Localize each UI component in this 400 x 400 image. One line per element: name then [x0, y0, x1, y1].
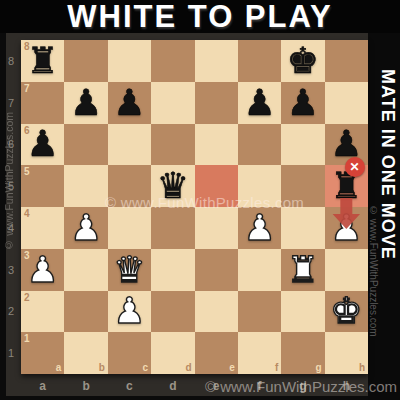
- frame-rank-label-7: 7: [4, 97, 18, 109]
- square-f5[interactable]: [238, 165, 281, 207]
- piece-black-pawn-a6[interactable]: ♟: [27, 126, 59, 162]
- square-b8[interactable]: [64, 40, 107, 82]
- piece-white-pawn-f4[interactable]: ♟: [243, 210, 275, 246]
- piece-white-pawn-h4[interactable]: ♟: [330, 210, 362, 246]
- side-banner: MATE IN ONE MOVE © www.FunWithPuzzles.co…: [368, 33, 400, 400]
- square-file-label-b: b: [99, 362, 105, 373]
- frame-rank-label-2: 2: [4, 305, 18, 317]
- frame-file-label-c: c: [119, 379, 139, 393]
- square-g6[interactable]: [281, 124, 324, 166]
- square-f8[interactable]: [238, 40, 281, 82]
- square-f1[interactable]: f: [238, 332, 281, 374]
- square-g4[interactable]: [281, 207, 324, 249]
- square-h7[interactable]: [325, 82, 368, 124]
- chess-board[interactable]: 8♜♚7♟♟♟♟6♟♟5♛♜4♟♟♟3♟♛♜2♟♚1abcdefgh✕: [21, 40, 368, 374]
- square-d5[interactable]: ♛: [151, 165, 194, 207]
- square-a3[interactable]: 3♟: [21, 249, 64, 291]
- square-a6[interactable]: 6♟: [21, 124, 64, 166]
- square-h4[interactable]: ♟: [325, 207, 368, 249]
- square-g1[interactable]: g: [281, 332, 324, 374]
- piece-white-pawn-a3[interactable]: ♟: [27, 252, 59, 288]
- square-d8[interactable]: [151, 40, 194, 82]
- square-a1[interactable]: 1a: [21, 332, 64, 374]
- square-h1[interactable]: h: [325, 332, 368, 374]
- square-c1[interactable]: c: [108, 332, 151, 374]
- square-a4[interactable]: 4: [21, 207, 64, 249]
- square-rank-label-7: 7: [24, 83, 30, 94]
- piece-black-pawn-f7[interactable]: ♟: [243, 85, 275, 121]
- square-e8[interactable]: [195, 40, 238, 82]
- piece-white-king-h2[interactable]: ♚: [330, 293, 362, 329]
- square-f3[interactable]: [238, 249, 281, 291]
- square-file-label-g: g: [316, 362, 322, 373]
- piece-black-pawn-b7[interactable]: ♟: [70, 85, 102, 121]
- square-e5[interactable]: [195, 165, 238, 207]
- piece-white-rook-g3[interactable]: ♜: [287, 252, 319, 288]
- square-g8[interactable]: ♚: [281, 40, 324, 82]
- square-h8[interactable]: [325, 40, 368, 82]
- frame-file-label-a: a: [33, 379, 53, 393]
- square-f6[interactable]: [238, 124, 281, 166]
- square-a5[interactable]: 5: [21, 165, 64, 207]
- square-h3[interactable]: [325, 249, 368, 291]
- square-c5[interactable]: [108, 165, 151, 207]
- square-file-label-d: d: [185, 362, 191, 373]
- square-b7[interactable]: ♟: [64, 82, 107, 124]
- square-file-label-e: e: [229, 362, 235, 373]
- square-b5[interactable]: [64, 165, 107, 207]
- square-rank-label-5: 5: [24, 166, 30, 177]
- square-b1[interactable]: b: [64, 332, 107, 374]
- square-b4[interactable]: ♟: [64, 207, 107, 249]
- frame-rank-label-5: 5: [4, 180, 18, 192]
- square-c8[interactable]: [108, 40, 151, 82]
- capture-x-badge: ✕: [345, 157, 365, 177]
- piece-black-pawn-g7[interactable]: ♟: [287, 85, 319, 121]
- square-d6[interactable]: [151, 124, 194, 166]
- piece-white-pawn-c2[interactable]: ♟: [113, 293, 145, 329]
- square-f4[interactable]: ♟: [238, 207, 281, 249]
- square-file-label-a: a: [56, 362, 62, 373]
- frame-rank-label-1: 1: [4, 347, 18, 359]
- frame-file-label-f: f: [250, 379, 270, 393]
- square-a8[interactable]: 8♜: [21, 40, 64, 82]
- square-g2[interactable]: [281, 291, 324, 333]
- square-f2[interactable]: [238, 291, 281, 333]
- frame-rank-label-4: 4: [4, 222, 18, 234]
- square-d2[interactable]: [151, 291, 194, 333]
- square-c7[interactable]: ♟: [108, 82, 151, 124]
- piece-white-queen-c3[interactable]: ♛: [113, 252, 145, 288]
- square-d1[interactable]: d: [151, 332, 194, 374]
- frame-file-label-h: h: [336, 379, 356, 393]
- square-e7[interactable]: [195, 82, 238, 124]
- frame-file-label-d: d: [163, 379, 183, 393]
- square-rank-label-2: 2: [24, 292, 30, 303]
- square-e3[interactable]: [195, 249, 238, 291]
- piece-white-pawn-b4[interactable]: ♟: [70, 210, 102, 246]
- square-e6[interactable]: [195, 124, 238, 166]
- frame-rank-label-6: 6: [4, 138, 18, 150]
- square-a7[interactable]: 7: [21, 82, 64, 124]
- square-c4[interactable]: [108, 207, 151, 249]
- frame-file-label-b: b: [76, 379, 96, 393]
- square-file-label-h: h: [359, 362, 365, 373]
- square-e1[interactable]: e: [195, 332, 238, 374]
- square-c6[interactable]: [108, 124, 151, 166]
- square-rank-label-1: 1: [24, 333, 30, 344]
- square-b2[interactable]: [64, 291, 107, 333]
- square-file-label-c: c: [143, 362, 149, 373]
- frame-rank-label-8: 8: [4, 55, 18, 67]
- frame-file-label-e: e: [206, 379, 226, 393]
- square-d4[interactable]: [151, 207, 194, 249]
- frame-file-label-g: g: [293, 379, 313, 393]
- square-d3[interactable]: [151, 249, 194, 291]
- title-text: WHITE TO PLAY: [67, 0, 332, 33]
- square-g3[interactable]: ♜: [281, 249, 324, 291]
- square-g7[interactable]: ♟: [281, 82, 324, 124]
- piece-black-pawn-c7[interactable]: ♟: [113, 85, 145, 121]
- square-e4[interactable]: [195, 207, 238, 249]
- piece-black-queen-d5[interactable]: ♛: [157, 168, 189, 204]
- square-b6[interactable]: [64, 124, 107, 166]
- square-h2[interactable]: ♚: [325, 291, 368, 333]
- square-e2[interactable]: [195, 291, 238, 333]
- square-file-label-f: f: [275, 362, 278, 373]
- square-rank-label-4: 4: [24, 208, 30, 219]
- square-f7[interactable]: ♟: [238, 82, 281, 124]
- square-a2[interactable]: 2: [21, 291, 64, 333]
- frame-rank-label-3: 3: [4, 264, 18, 276]
- piece-black-rook-a8[interactable]: ♜: [27, 43, 59, 79]
- square-c2[interactable]: ♟: [108, 291, 151, 333]
- side-banner-text: MATE IN ONE MOVE: [377, 69, 398, 260]
- title-banner: WHITE TO PLAY: [0, 0, 400, 33]
- square-g5[interactable]: [281, 165, 324, 207]
- square-d7[interactable]: [151, 82, 194, 124]
- piece-black-king-g8[interactable]: ♚: [287, 43, 319, 79]
- square-b3[interactable]: [64, 249, 107, 291]
- square-c3[interactable]: ♛: [108, 249, 151, 291]
